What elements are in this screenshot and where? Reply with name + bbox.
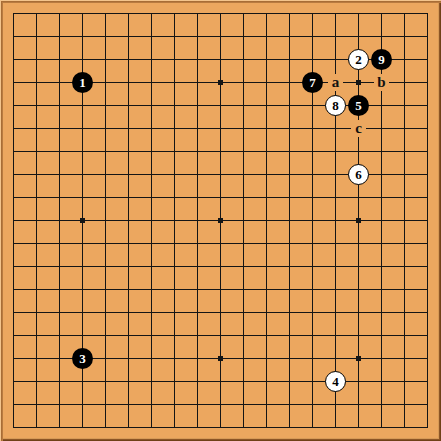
stone-black-9[interactable]: 9 xyxy=(371,49,392,70)
stone-white-6[interactable]: 6 xyxy=(348,164,369,185)
stone-black-3[interactable]: 3 xyxy=(72,348,93,369)
board-grid[interactable]: 123456789abc xyxy=(2,2,439,439)
star-point xyxy=(218,218,223,223)
star-point xyxy=(356,80,361,85)
stone-white-2[interactable]: 2 xyxy=(348,49,369,70)
stone-black-1[interactable]: 1 xyxy=(72,72,93,93)
stone-white-8[interactable]: 8 xyxy=(325,95,346,116)
point-label-c[interactable]: c xyxy=(351,120,366,137)
point-label-a[interactable]: a xyxy=(328,74,343,91)
star-point xyxy=(356,356,361,361)
star-point xyxy=(356,218,361,223)
point-label-b[interactable]: b xyxy=(374,74,389,91)
stone-white-4[interactable]: 4 xyxy=(325,371,346,392)
stone-black-5[interactable]: 5 xyxy=(348,95,369,116)
star-point xyxy=(218,356,223,361)
star-point xyxy=(218,80,223,85)
star-point xyxy=(80,218,85,223)
stone-black-7[interactable]: 7 xyxy=(302,72,323,93)
go-board: 123456789abc xyxy=(0,0,441,441)
